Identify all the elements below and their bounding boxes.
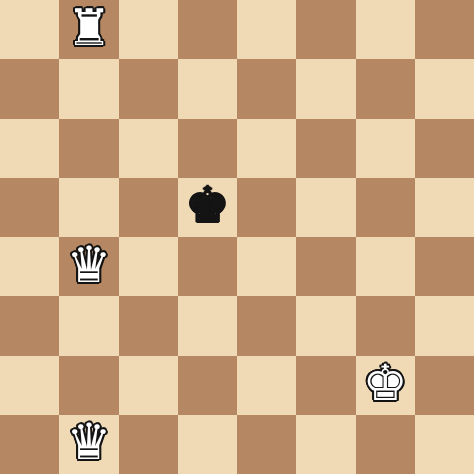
square-h8[interactable]: [415, 0, 474, 59]
square-c6[interactable]: [119, 119, 178, 178]
white-queen[interactable]: ♛: [66, 240, 111, 290]
white-rook[interactable]: ♜: [66, 3, 111, 53]
square-f1[interactable]: [296, 415, 355, 474]
square-c8[interactable]: [119, 0, 178, 59]
square-d1[interactable]: [178, 415, 237, 474]
square-a2[interactable]: [0, 356, 59, 415]
square-c1[interactable]: [119, 415, 178, 474]
square-d2[interactable]: [178, 356, 237, 415]
square-a1[interactable]: [0, 415, 59, 474]
square-f7[interactable]: [296, 59, 355, 118]
square-d4[interactable]: [178, 237, 237, 296]
square-b3[interactable]: [59, 296, 118, 355]
square-a4[interactable]: [0, 237, 59, 296]
square-e6[interactable]: [237, 119, 296, 178]
square-e5[interactable]: [237, 178, 296, 237]
square-h4[interactable]: [415, 237, 474, 296]
square-h1[interactable]: [415, 415, 474, 474]
square-f3[interactable]: [296, 296, 355, 355]
square-a7[interactable]: [0, 59, 59, 118]
square-d3[interactable]: [178, 296, 237, 355]
square-h5[interactable]: [415, 178, 474, 237]
square-b4[interactable]: ♛: [59, 237, 118, 296]
square-c7[interactable]: [119, 59, 178, 118]
square-g6[interactable]: [356, 119, 415, 178]
square-h3[interactable]: [415, 296, 474, 355]
square-g3[interactable]: [356, 296, 415, 355]
white-king[interactable]: ♚: [363, 358, 408, 408]
square-g2[interactable]: ♚: [356, 356, 415, 415]
square-a5[interactable]: [0, 178, 59, 237]
square-g4[interactable]: [356, 237, 415, 296]
square-e4[interactable]: [237, 237, 296, 296]
square-g5[interactable]: [356, 178, 415, 237]
chess-board: ♜♚♛♚♛: [0, 0, 474, 474]
square-a8[interactable]: [0, 0, 59, 59]
square-e3[interactable]: [237, 296, 296, 355]
square-e1[interactable]: [237, 415, 296, 474]
square-h2[interactable]: [415, 356, 474, 415]
square-f6[interactable]: [296, 119, 355, 178]
square-b2[interactable]: [59, 356, 118, 415]
square-e2[interactable]: [237, 356, 296, 415]
black-king[interactable]: ♚: [185, 180, 230, 230]
square-a6[interactable]: [0, 119, 59, 178]
square-f2[interactable]: [296, 356, 355, 415]
square-b6[interactable]: [59, 119, 118, 178]
square-b8[interactable]: ♜: [59, 0, 118, 59]
square-h7[interactable]: [415, 59, 474, 118]
square-c2[interactable]: [119, 356, 178, 415]
square-e8[interactable]: [237, 0, 296, 59]
square-g8[interactable]: [356, 0, 415, 59]
square-b1[interactable]: ♛: [59, 415, 118, 474]
square-c5[interactable]: [119, 178, 178, 237]
square-d5[interactable]: ♚: [178, 178, 237, 237]
square-e7[interactable]: [237, 59, 296, 118]
square-b7[interactable]: [59, 59, 118, 118]
square-c4[interactable]: [119, 237, 178, 296]
square-d7[interactable]: [178, 59, 237, 118]
square-h6[interactable]: [415, 119, 474, 178]
square-g7[interactable]: [356, 59, 415, 118]
square-f4[interactable]: [296, 237, 355, 296]
square-f8[interactable]: [296, 0, 355, 59]
square-b5[interactable]: [59, 178, 118, 237]
square-g1[interactable]: [356, 415, 415, 474]
square-a3[interactable]: [0, 296, 59, 355]
square-c3[interactable]: [119, 296, 178, 355]
square-d6[interactable]: [178, 119, 237, 178]
white-queen[interactable]: ♛: [66, 417, 111, 467]
square-d8[interactable]: [178, 0, 237, 59]
square-f5[interactable]: [296, 178, 355, 237]
